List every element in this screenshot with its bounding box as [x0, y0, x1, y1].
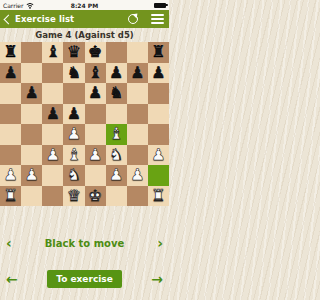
square-h4[interactable]	[148, 124, 169, 145]
black-queen: ♛	[67, 42, 81, 63]
square-e3[interactable]: ♟	[85, 145, 106, 166]
square-g4[interactable]	[127, 124, 148, 145]
white-king: ♚	[88, 186, 102, 207]
black-pawn: ♟	[88, 83, 102, 104]
white-knight: ♞	[67, 165, 81, 186]
square-e8[interactable]: ♚	[85, 42, 106, 63]
black-bishop: ♝	[88, 63, 102, 84]
white-pawn: ♟	[130, 165, 144, 186]
square-b5[interactable]	[21, 104, 42, 125]
square-e7[interactable]: ♝	[85, 63, 106, 84]
square-c7[interactable]	[42, 63, 63, 84]
square-a2[interactable]: ♟	[0, 165, 21, 186]
square-c4[interactable]	[42, 124, 63, 145]
black-pawn: ♟	[130, 63, 144, 84]
white-rook: ♜	[3, 186, 17, 207]
square-g7[interactable]: ♟	[127, 63, 148, 84]
white-rook: ♜	[151, 186, 165, 207]
square-g8[interactable]	[127, 42, 148, 63]
white-pawn: ♟	[25, 165, 39, 186]
to-exercise-button[interactable]: To exercise	[47, 270, 122, 288]
square-d5[interactable]: ♟	[63, 104, 84, 125]
white-bishop: ♝	[109, 124, 123, 145]
white-pawn: ♟	[67, 124, 81, 145]
chess-board[interactable]: ♜♝♛♚♜♟♞♝♟♟♟♟♟♞♟♟♟♝♟♝♟♞♟♟♟♞♟♟♜♛♚♜	[0, 42, 169, 206]
square-a4[interactable]	[0, 124, 21, 145]
square-g3[interactable]	[127, 145, 148, 166]
white-pawn: ♟	[3, 165, 17, 186]
square-d3[interactable]: ♝	[63, 145, 84, 166]
side-to-move-label: Black to move	[45, 238, 125, 249]
clock: 8:24 PM	[57, 2, 111, 9]
square-g1[interactable]	[127, 186, 148, 207]
next-position-button[interactable]: ›	[157, 237, 163, 249]
square-a7[interactable]: ♟	[0, 63, 21, 84]
square-a8[interactable]: ♜	[0, 42, 21, 63]
black-pawn: ♟	[25, 83, 39, 104]
square-d7[interactable]: ♞	[63, 63, 84, 84]
square-f7[interactable]: ♟	[106, 63, 127, 84]
refresh-icon[interactable]	[128, 14, 138, 24]
wifi-icon	[26, 2, 34, 9]
square-c5[interactable]: ♟	[42, 104, 63, 125]
black-king: ♚	[88, 42, 102, 63]
square-f5[interactable]	[106, 104, 127, 125]
black-knight: ♞	[109, 83, 123, 104]
black-pawn: ♟	[151, 63, 165, 84]
square-e4[interactable]	[85, 124, 106, 145]
turn-row: ‹ Black to move ›	[0, 237, 169, 249]
square-d2[interactable]: ♞	[63, 165, 84, 186]
square-f4[interactable]: ♝	[106, 124, 127, 145]
square-h5[interactable]	[148, 104, 169, 125]
square-h1[interactable]: ♜	[148, 186, 169, 207]
page-title: Game 4 (Against d5)	[0, 28, 169, 42]
square-h7[interactable]: ♟	[148, 63, 169, 84]
next-game-arrow-button[interactable]: →	[151, 272, 163, 286]
square-e2[interactable]	[85, 165, 106, 186]
black-rook: ♜	[151, 42, 165, 63]
square-e5[interactable]	[85, 104, 106, 125]
square-b8[interactable]	[21, 42, 42, 63]
action-row: ← To exercise →	[0, 270, 169, 288]
square-d6[interactable]	[63, 83, 84, 104]
square-b2[interactable]: ♟	[21, 165, 42, 186]
square-f2[interactable]: ♟	[106, 165, 127, 186]
square-f6[interactable]: ♞	[106, 83, 127, 104]
square-d8[interactable]: ♛	[63, 42, 84, 63]
white-pawn: ♟	[88, 145, 102, 166]
square-h6[interactable]	[148, 83, 169, 104]
white-knight: ♞	[109, 145, 123, 166]
square-c2[interactable]	[42, 165, 63, 186]
square-b3[interactable]	[21, 145, 42, 166]
black-pawn: ♟	[3, 63, 17, 84]
square-d1[interactable]: ♛	[63, 186, 84, 207]
square-b6[interactable]: ♟	[21, 83, 42, 104]
square-c1[interactable]	[42, 186, 63, 207]
square-h2[interactable]	[148, 165, 169, 186]
black-bishop: ♝	[46, 42, 60, 63]
square-h8[interactable]: ♜	[148, 42, 169, 63]
battery-icon	[154, 3, 166, 8]
square-f3[interactable]: ♞	[106, 145, 127, 166]
square-c3[interactable]: ♟	[42, 145, 63, 166]
black-rook: ♜	[3, 42, 17, 63]
white-bishop: ♝	[67, 145, 81, 166]
black-knight: ♞	[67, 63, 81, 84]
prev-position-button[interactable]: ‹	[6, 237, 12, 249]
carrier-label: Carrier	[3, 2, 24, 9]
white-queen: ♛	[67, 186, 81, 207]
square-f8[interactable]	[106, 42, 127, 63]
square-b4[interactable]	[21, 124, 42, 145]
menu-icon[interactable]	[151, 14, 164, 24]
square-a1[interactable]: ♜	[0, 186, 21, 207]
prev-game-arrow-button[interactable]: ←	[6, 272, 18, 286]
square-a5[interactable]	[0, 104, 21, 125]
white-pawn: ♟	[109, 165, 123, 186]
square-g2[interactable]: ♟	[127, 165, 148, 186]
white-pawn: ♟	[46, 145, 60, 166]
square-d4[interactable]: ♟	[63, 124, 84, 145]
black-pawn: ♟	[109, 63, 123, 84]
square-b1[interactable]	[21, 186, 42, 207]
back-label: Exercise list	[15, 14, 74, 24]
white-pawn: ♟	[151, 145, 165, 166]
square-g6[interactable]	[127, 83, 148, 104]
square-c8[interactable]: ♝	[42, 42, 63, 63]
nav-bar: Exercise list	[0, 10, 169, 28]
square-e6[interactable]: ♟	[85, 83, 106, 104]
square-b7[interactable]	[21, 63, 42, 84]
square-h3[interactable]: ♟	[148, 145, 169, 166]
square-a6[interactable]	[0, 83, 21, 104]
square-g5[interactable]	[127, 104, 148, 125]
square-a3[interactable]	[0, 145, 21, 166]
back-chevron-icon	[4, 14, 14, 24]
square-e1[interactable]: ♚	[85, 186, 106, 207]
square-c6[interactable]	[42, 83, 63, 104]
back-button[interactable]: Exercise list	[5, 14, 128, 24]
black-pawn: ♟	[46, 104, 60, 125]
square-f1[interactable]	[106, 186, 127, 207]
status-bar: Carrier 8:24 PM	[0, 0, 169, 10]
black-pawn: ♟	[67, 104, 81, 125]
